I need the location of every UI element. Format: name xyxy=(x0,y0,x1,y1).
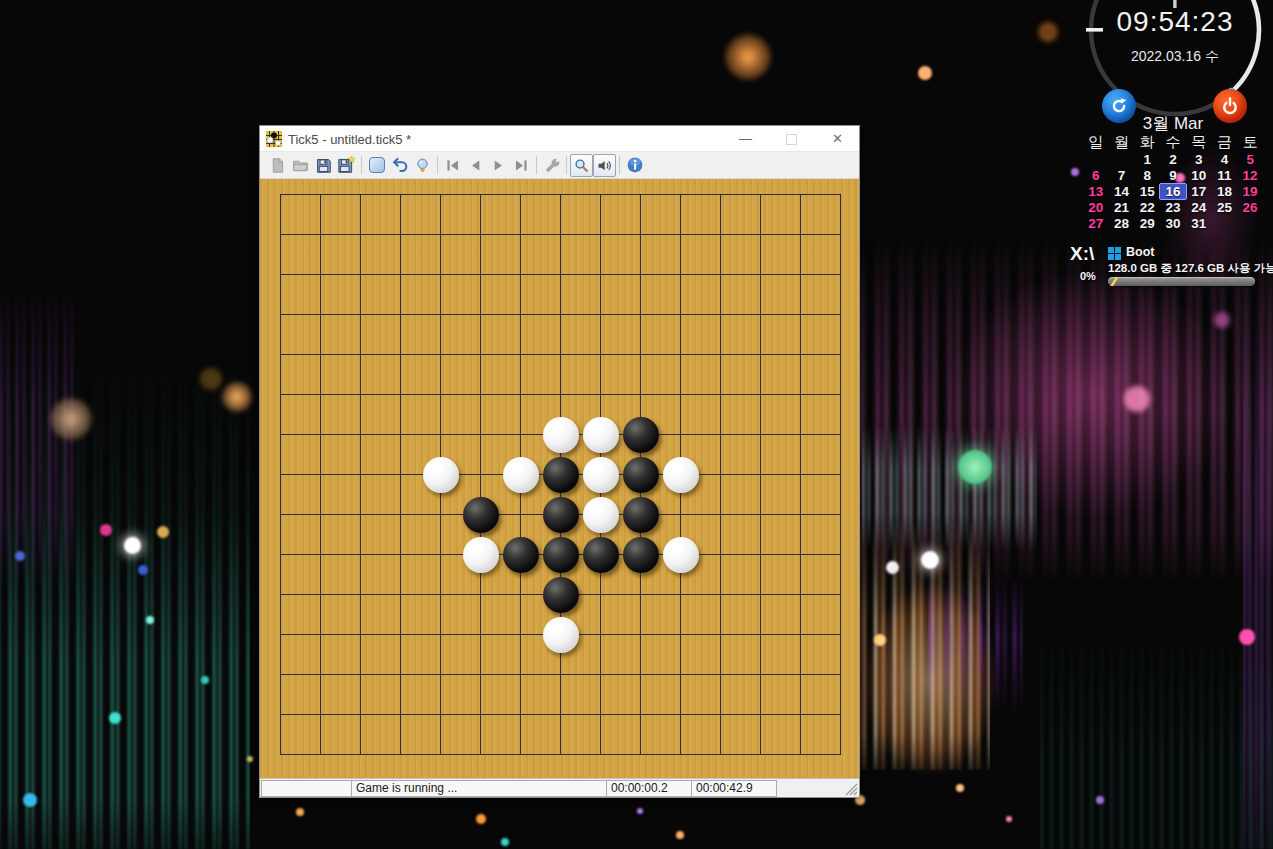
save-as-icon xyxy=(337,156,356,174)
open-button[interactable] xyxy=(289,154,312,177)
refresh-button[interactable] xyxy=(1102,89,1136,123)
black-stone xyxy=(543,577,579,613)
calendar-weekday: 화 xyxy=(1134,133,1160,152)
toolbar-separator xyxy=(536,156,537,174)
calendar-date: 24 xyxy=(1186,200,1212,215)
aurora-pink-right xyxy=(852,235,1273,585)
magnifier-icon xyxy=(573,157,590,174)
speaker-icon xyxy=(596,157,613,174)
white-stone xyxy=(543,617,579,653)
info-icon xyxy=(626,156,644,174)
first-icon xyxy=(444,157,461,174)
clock-time: 09:54:23 xyxy=(1090,6,1260,38)
calendar-date: 10 xyxy=(1186,168,1212,183)
close-button[interactable]: ✕ xyxy=(815,126,860,152)
status-bar: Game is running ... 00:00:00.2 00:00:42.… xyxy=(260,778,859,797)
black-stone xyxy=(463,497,499,533)
previous-move-button[interactable] xyxy=(464,154,487,177)
aurora-warm-glow xyxy=(845,560,1015,800)
power-button[interactable] xyxy=(1213,89,1247,123)
calendar-date: 21 xyxy=(1109,200,1135,215)
app-goboard-icon xyxy=(266,131,282,147)
undo-icon xyxy=(391,156,409,174)
calendar-date: 12 xyxy=(1237,168,1263,183)
new-button[interactable] xyxy=(266,154,289,177)
calendar-date: 1 xyxy=(1134,152,1160,167)
white-stone xyxy=(663,537,699,573)
calendar-date: 29 xyxy=(1134,216,1160,231)
calendar-date: 18 xyxy=(1212,184,1238,199)
save-as-button[interactable] xyxy=(335,154,358,177)
power-icon xyxy=(1220,96,1240,116)
wrench-icon xyxy=(543,157,560,174)
calendar-weekday: 일 xyxy=(1083,133,1109,152)
calendar-weekday: 토 xyxy=(1237,133,1263,152)
calendar-date: 7 xyxy=(1109,168,1135,183)
black-stone xyxy=(543,497,579,533)
tick5-window: Tick5 - untitled.tick5 * — ✕ xyxy=(259,125,860,798)
save-icon xyxy=(315,157,332,174)
settings-button[interactable] xyxy=(540,154,563,177)
calendar-date: 31 xyxy=(1186,216,1212,231)
window-title: Tick5 - untitled.tick5 * xyxy=(288,132,411,147)
calendar-date: 2 xyxy=(1160,152,1186,167)
calendar-grid: 1234567891011121314151617181920212223242… xyxy=(1083,151,1263,231)
calendar-weekdays: 일월화수목금토 xyxy=(1083,133,1263,151)
calendar-date: 28 xyxy=(1109,216,1135,231)
aurora-purple-mid xyxy=(928,575,1023,715)
hint-lightbulb-icon xyxy=(414,157,431,174)
calendar-weekday: 수 xyxy=(1160,133,1186,152)
title-bar[interactable]: Tick5 - untitled.tick5 * — ✕ xyxy=(260,126,859,152)
last-icon xyxy=(513,157,530,174)
stone-button[interactable] xyxy=(365,154,388,177)
calendar-date: 11 xyxy=(1212,168,1238,183)
next-icon xyxy=(490,157,507,174)
zoom-toggle-button[interactable] xyxy=(570,154,593,177)
calendar-widget: 3월 Mar 일월화수목금토 1234567891011121314151617… xyxy=(1083,112,1263,231)
clock-date: 2022.03.16 수 xyxy=(1090,48,1260,66)
calendar-date: 20 xyxy=(1083,200,1109,215)
white-stone xyxy=(663,457,699,493)
stone-icon xyxy=(369,157,385,173)
maximize-icon xyxy=(786,134,797,145)
calendar-date: 5 xyxy=(1237,152,1263,167)
white-stone xyxy=(503,457,539,493)
white-stone xyxy=(583,417,619,453)
black-stone xyxy=(583,537,619,573)
refresh-icon xyxy=(1109,96,1129,116)
calendar-date: 8 xyxy=(1134,168,1160,183)
calendar-date: 15 xyxy=(1134,184,1160,199)
black-stone xyxy=(623,457,659,493)
desktop: { "window": { "title": "Tick5 - untitled… xyxy=(0,0,1273,849)
windows-logo-icon xyxy=(1108,247,1121,260)
sound-toggle-button[interactable] xyxy=(593,154,616,177)
toolbar xyxy=(260,152,859,179)
aurora-teal-left xyxy=(0,350,250,849)
status-panel-empty xyxy=(261,780,352,797)
calendar-date: 6 xyxy=(1083,168,1109,183)
status-move-time: 00:00:00.2 xyxy=(606,780,692,797)
white-stone xyxy=(463,537,499,573)
disk-usage-bar xyxy=(1108,277,1255,286)
calendar-date: 19 xyxy=(1237,184,1263,199)
white-stone xyxy=(423,457,459,493)
previous-icon xyxy=(467,157,484,174)
calendar-weekday: 금 xyxy=(1212,133,1238,152)
black-stone xyxy=(623,497,659,533)
calendar-date: 27 xyxy=(1083,216,1109,231)
first-move-button[interactable] xyxy=(441,154,464,177)
calendar-today: 16 xyxy=(1160,184,1186,199)
calendar-date: 13 xyxy=(1083,184,1109,199)
resize-grip[interactable] xyxy=(845,783,858,796)
disk-os-label: Boot xyxy=(1126,245,1154,259)
calendar-date: 17 xyxy=(1186,184,1212,199)
black-stone xyxy=(623,417,659,453)
status-game-time: 00:00:42.9 xyxy=(691,780,777,797)
disk-usage-text: 128.0 GB 중 127.6 GB 사용 가능 xyxy=(1108,261,1273,276)
calendar-weekday: 목 xyxy=(1186,133,1212,152)
hint-button[interactable] xyxy=(411,154,434,177)
calendar-date: 25 xyxy=(1212,200,1238,215)
next-move-button[interactable] xyxy=(487,154,510,177)
last-move-button[interactable] xyxy=(510,154,533,177)
calendar-date: 14 xyxy=(1109,184,1135,199)
calendar-date: 4 xyxy=(1212,152,1238,167)
disk-usage-fill xyxy=(1110,277,1119,286)
gomoku-board[interactable] xyxy=(260,179,859,778)
calendar-date: 23 xyxy=(1160,200,1186,215)
about-button[interactable] xyxy=(623,154,646,177)
maximize-button[interactable] xyxy=(769,126,814,152)
undo-button[interactable] xyxy=(388,154,411,177)
aurora-mint-right xyxy=(862,425,1037,550)
black-stone xyxy=(543,457,579,493)
save-button[interactable] xyxy=(312,154,335,177)
aurora-far-right xyxy=(1243,290,1273,849)
disk-drive-label: X:\ xyxy=(1070,243,1094,265)
black-stone xyxy=(623,537,659,573)
calendar-date: 9 xyxy=(1160,168,1186,183)
calendar-date: 26 xyxy=(1237,200,1263,215)
aurora-teal-right xyxy=(1040,620,1273,849)
black-stone xyxy=(503,537,539,573)
toolbar-separator xyxy=(361,156,362,174)
toolbar-separator xyxy=(566,156,567,174)
black-stone xyxy=(543,537,579,573)
calendar-date: 3 xyxy=(1186,152,1212,167)
white-stone xyxy=(543,417,579,453)
disk-used-percent: 0% xyxy=(1080,270,1096,282)
minimize-button[interactable]: — xyxy=(723,126,768,152)
white-stone xyxy=(583,457,619,493)
white-stone xyxy=(583,497,619,533)
calendar-date: 30 xyxy=(1160,216,1186,231)
toolbar-separator xyxy=(619,156,620,174)
calendar-date: 22 xyxy=(1134,200,1160,215)
open-folder-icon xyxy=(292,157,309,174)
toolbar-separator xyxy=(437,156,438,174)
new-document-icon xyxy=(269,157,286,174)
status-message: Game is running ... xyxy=(351,780,607,797)
calendar-weekday: 월 xyxy=(1109,133,1135,152)
